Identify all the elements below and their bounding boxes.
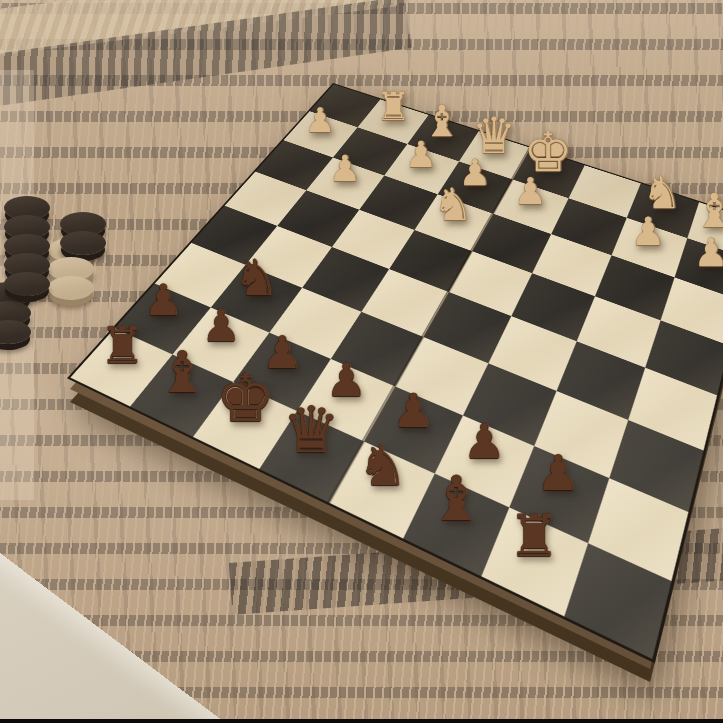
black-knight-e8[interactable]: ♞ xyxy=(357,438,407,494)
black-pawn-e7[interactable]: ♟ xyxy=(392,387,434,434)
white-bishop-h1[interactable]: ♝ xyxy=(693,187,723,234)
black-rook-g8[interactable]: ♜ xyxy=(508,507,560,565)
light-draughts-disc[interactable] xyxy=(48,276,94,300)
white-pawn-h2[interactable]: ♟ xyxy=(694,233,723,272)
black-pawn-a7[interactable]: ♟ xyxy=(144,279,183,322)
white-pawn-b3[interactable]: ♟ xyxy=(329,151,361,187)
white-pawn-e2[interactable]: ♟ xyxy=(513,173,546,210)
photo-bottom-border xyxy=(0,719,723,723)
black-bishop-f8[interactable]: ♝ xyxy=(428,468,484,530)
black-bishop-b8[interactable]: ♝ xyxy=(156,344,207,401)
dark-draughts-disc[interactable] xyxy=(60,231,106,255)
scene-photo: ♜♝♛♚♞♝♟♟♟♟♟♟♟♞♞♟♟♟♟♟♟♟♜♝♚♛♞♝♜ xyxy=(0,0,723,723)
black-pawn-f7[interactable]: ♟ xyxy=(462,417,505,465)
pillow-stripe-band xyxy=(0,581,143,723)
white-pawn-a2[interactable]: ♟ xyxy=(305,103,335,137)
striped-pillow xyxy=(0,440,249,723)
black-pawn-g7[interactable]: ♟ xyxy=(536,449,580,498)
black-queen-d8[interactable]: ♛ xyxy=(282,398,339,462)
black-knight-b6[interactable]: ♞ xyxy=(234,253,279,303)
dark-draughts-disc[interactable] xyxy=(4,272,50,296)
rug-braid-band xyxy=(0,0,397,57)
white-pawn-g2[interactable]: ♟ xyxy=(631,212,666,251)
pillow-stripe-band-2 xyxy=(0,628,107,723)
white-rook-b1[interactable]: ♜ xyxy=(376,87,411,126)
dark-draughts-disc[interactable] xyxy=(0,320,31,344)
white-pawn-c2[interactable]: ♟ xyxy=(405,137,437,173)
black-rook-a8[interactable]: ♜ xyxy=(99,320,145,371)
white-knight-d3[interactable]: ♞ xyxy=(433,182,473,227)
black-king-c8[interactable]: ♚ xyxy=(215,366,274,432)
